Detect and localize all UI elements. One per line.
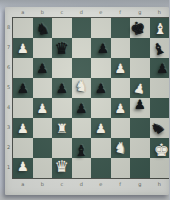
square-f5[interactable] <box>111 78 131 98</box>
file-label-b: b <box>33 181 53 188</box>
piece-black-king[interactable]: ♚ <box>126 16 150 40</box>
square-c8[interactable] <box>52 18 72 38</box>
file-label-c: c <box>52 9 72 16</box>
piece-white-pawn[interactable]: ♟ <box>111 58 131 78</box>
file-label-g: g <box>130 9 150 16</box>
file-labels-top: abcdefgh <box>13 9 169 16</box>
piece-white-pawn[interactable]: ♟ <box>13 156 33 176</box>
square-h1[interactable] <box>150 158 170 178</box>
rank-label-4: 4 <box>5 97 12 117</box>
square-b5[interactable] <box>33 78 53 98</box>
file-label-g: g <box>130 181 150 188</box>
square-b3[interactable] <box>33 118 53 138</box>
rank-label-8: 8 <box>5 17 12 37</box>
square-g2[interactable] <box>130 138 150 158</box>
square-c4[interactable] <box>52 98 72 118</box>
square-f4[interactable]: ♟ <box>111 98 131 118</box>
square-f6[interactable]: ♟ <box>111 58 131 78</box>
piece-black-pawn[interactable]: ♟ <box>93 38 113 58</box>
rank-label-7: 7 <box>5 37 12 57</box>
square-e5[interactable]: ♟ <box>91 78 111 98</box>
square-f7[interactable] <box>111 38 131 58</box>
square-b7[interactable] <box>33 38 53 58</box>
square-c3[interactable]: ♜ <box>52 118 72 138</box>
square-d1[interactable] <box>72 158 92 178</box>
piece-black-pawn[interactable]: ♟ <box>72 98 92 118</box>
square-h6[interactable]: ♟ <box>150 58 170 78</box>
square-a5[interactable]: ♟ <box>13 78 33 98</box>
square-b2[interactable] <box>33 138 53 158</box>
square-e6[interactable] <box>91 58 111 78</box>
piece-black-pawn[interactable]: ♟ <box>13 78 33 98</box>
piece-white-pawn[interactable]: ♟ <box>33 98 53 118</box>
piece-white-bishop[interactable]: ♝ <box>151 19 170 39</box>
square-b1[interactable] <box>33 158 53 178</box>
square-e4[interactable] <box>91 98 111 118</box>
square-b8[interactable]: ♞ <box>33 18 53 38</box>
square-f2[interactable]: ♞ <box>111 138 131 158</box>
square-d7[interactable] <box>72 38 92 58</box>
square-g7[interactable] <box>130 38 150 58</box>
piece-white-pawn[interactable]: ♟ <box>91 118 111 138</box>
file-label-d: d <box>72 9 92 16</box>
square-h5[interactable] <box>150 78 170 98</box>
square-e8[interactable] <box>91 18 111 38</box>
square-h3[interactable]: ♞ <box>150 118 170 138</box>
piece-white-king[interactable]: ♚ <box>152 140 170 160</box>
square-d4[interactable]: ♟ <box>72 98 92 118</box>
file-label-h: h <box>150 181 170 188</box>
piece-white-knight[interactable]: ♞ <box>108 136 132 160</box>
file-label-e: e <box>91 181 111 188</box>
piece-black-pawn[interactable]: ♟ <box>91 78 111 98</box>
piece-white-knight[interactable]: ♞ <box>70 74 93 97</box>
piece-black-knight[interactable]: ♞ <box>31 18 53 41</box>
chess-board: abcdefgh 87654321 ♞♚♝♟♛♟♝♟♟♟♟♟♞♟♟♟♟♟♟♟♜♟… <box>5 7 169 195</box>
file-label-a: a <box>13 9 33 16</box>
file-label-d: d <box>72 181 92 188</box>
square-e7[interactable]: ♟ <box>91 38 111 58</box>
square-h7[interactable]: ♝ <box>150 38 170 58</box>
square-d5[interactable]: ♞ <box>72 78 92 98</box>
rank-label-5: 5 <box>5 77 12 97</box>
square-c5[interactable]: ♟ <box>52 78 72 98</box>
square-a8[interactable] <box>13 18 33 38</box>
square-a1[interactable]: ♟ <box>13 158 33 178</box>
rank-label-1: 1 <box>5 157 12 177</box>
photo-background: abcdefgh 87654321 ♞♚♝♟♛♟♝♟♟♟♟♟♞♟♟♟♟♟♟♟♜♟… <box>0 0 169 200</box>
file-label-a: a <box>13 181 33 188</box>
square-a4[interactable] <box>13 98 33 118</box>
square-c6[interactable] <box>52 58 72 78</box>
rank-label-2: 2 <box>5 137 12 157</box>
square-b4[interactable]: ♟ <box>33 98 53 118</box>
square-c7[interactable]: ♛ <box>52 38 72 58</box>
square-e1[interactable] <box>91 158 111 178</box>
piece-white-rook[interactable]: ♜ <box>52 118 72 138</box>
square-f1[interactable] <box>111 158 131 178</box>
piece-white-queen[interactable]: ♛ <box>52 157 72 177</box>
square-g6[interactable] <box>130 58 150 78</box>
piece-black-bishop[interactable]: ♝ <box>72 141 92 161</box>
piece-black-pawn[interactable]: ♟ <box>52 78 72 98</box>
rank-label-6: 6 <box>5 57 12 77</box>
piece-white-pawn[interactable]: ♟ <box>111 98 131 118</box>
file-label-e: e <box>91 9 111 16</box>
piece-black-pawn[interactable]: ♟ <box>130 94 150 114</box>
file-label-f: f <box>111 9 131 16</box>
rank-label-3: 3 <box>5 117 12 137</box>
square-a7[interactable]: ♟ <box>13 38 33 58</box>
file-label-b: b <box>33 9 53 16</box>
square-b6[interactable]: ♟ <box>33 58 53 78</box>
square-g1[interactable] <box>130 158 150 178</box>
square-d8[interactable] <box>72 18 92 38</box>
piece-black-queen[interactable]: ♛ <box>52 39 72 59</box>
square-g4[interactable]: ♟ <box>130 98 150 118</box>
piece-white-pawn[interactable]: ♟ <box>13 38 33 58</box>
square-c1[interactable]: ♛ <box>52 158 72 178</box>
squares-grid: ♞♚♝♟♛♟♝♟♟♟♟♟♞♟♟♟♟♟♟♟♜♟♞♝♞♚♟♛ <box>12 17 169 179</box>
file-label-f: f <box>111 181 131 188</box>
square-a6[interactable] <box>13 58 33 78</box>
file-label-c: c <box>52 181 72 188</box>
square-h2[interactable]: ♚ <box>150 138 170 158</box>
rank-labels-left: 87654321 <box>5 17 12 177</box>
square-d2[interactable]: ♝ <box>72 138 92 158</box>
file-labels-bottom: abcdefgh <box>13 181 169 188</box>
piece-white-pawn[interactable]: ♟ <box>13 118 33 138</box>
square-h8[interactable]: ♝ <box>150 18 170 38</box>
piece-black-pawn[interactable]: ♟ <box>153 58 170 78</box>
square-a2[interactable] <box>13 138 33 158</box>
piece-black-pawn[interactable]: ♟ <box>33 58 53 78</box>
square-e3[interactable]: ♟ <box>91 118 111 138</box>
square-g8[interactable]: ♚ <box>130 18 150 38</box>
square-d3[interactable] <box>72 118 92 138</box>
square-c2[interactable] <box>52 138 72 158</box>
square-a3[interactable]: ♟ <box>13 118 33 138</box>
file-label-h: h <box>150 9 170 16</box>
